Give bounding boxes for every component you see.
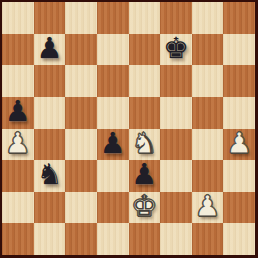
piece-black-king[interactable]: ♚: [163, 34, 189, 63]
square-f6[interactable]: [160, 65, 192, 97]
square-c8[interactable]: [65, 2, 97, 34]
square-g5[interactable]: [192, 97, 224, 129]
square-e6[interactable]: [129, 65, 161, 97]
square-a6[interactable]: [2, 65, 34, 97]
piece-white-knight[interactable]: ♞: [131, 129, 157, 158]
square-a5[interactable]: ♟: [2, 97, 34, 129]
square-a2[interactable]: [2, 192, 34, 224]
square-a8[interactable]: [2, 2, 34, 34]
square-h8[interactable]: [223, 2, 255, 34]
square-e8[interactable]: [129, 2, 161, 34]
square-d3[interactable]: [97, 160, 129, 192]
square-d7[interactable]: [97, 34, 129, 66]
square-f1[interactable]: [160, 223, 192, 255]
piece-white-pawn[interactable]: ♟: [226, 129, 252, 158]
square-e4[interactable]: ♞: [129, 129, 161, 161]
square-h2[interactable]: [223, 192, 255, 224]
chess-board: ♟♚♟♟♟♞♟♞♟♚♟: [2, 2, 255, 255]
square-e3[interactable]: ♟: [129, 160, 161, 192]
square-g3[interactable]: [192, 160, 224, 192]
piece-white-pawn[interactable]: ♟: [5, 129, 31, 158]
square-c2[interactable]: [65, 192, 97, 224]
square-b7[interactable]: ♟: [34, 34, 66, 66]
piece-white-king[interactable]: ♚: [131, 192, 157, 221]
square-b4[interactable]: [34, 129, 66, 161]
square-g7[interactable]: [192, 34, 224, 66]
square-h3[interactable]: [223, 160, 255, 192]
piece-black-pawn[interactable]: ♟: [36, 34, 62, 63]
square-d4[interactable]: ♟: [97, 129, 129, 161]
square-g8[interactable]: [192, 2, 224, 34]
square-f4[interactable]: [160, 129, 192, 161]
square-h5[interactable]: [223, 97, 255, 129]
square-d2[interactable]: [97, 192, 129, 224]
square-f7[interactable]: ♚: [160, 34, 192, 66]
square-b5[interactable]: [34, 97, 66, 129]
square-c7[interactable]: [65, 34, 97, 66]
square-f8[interactable]: [160, 2, 192, 34]
square-a1[interactable]: [2, 223, 34, 255]
square-h7[interactable]: [223, 34, 255, 66]
square-g2[interactable]: ♟: [192, 192, 224, 224]
square-g4[interactable]: [192, 129, 224, 161]
square-h4[interactable]: ♟: [223, 129, 255, 161]
square-c5[interactable]: [65, 97, 97, 129]
square-b1[interactable]: [34, 223, 66, 255]
square-c6[interactable]: [65, 65, 97, 97]
square-d1[interactable]: [97, 223, 129, 255]
square-c4[interactable]: [65, 129, 97, 161]
square-e5[interactable]: [129, 97, 161, 129]
square-c1[interactable]: [65, 223, 97, 255]
piece-black-knight[interactable]: ♞: [36, 160, 62, 189]
piece-black-pawn[interactable]: ♟: [131, 160, 157, 189]
square-d6[interactable]: [97, 65, 129, 97]
square-b2[interactable]: [34, 192, 66, 224]
square-b8[interactable]: [34, 2, 66, 34]
square-b6[interactable]: [34, 65, 66, 97]
square-e2[interactable]: ♚: [129, 192, 161, 224]
square-e7[interactable]: [129, 34, 161, 66]
square-h6[interactable]: [223, 65, 255, 97]
square-b3[interactable]: ♞: [34, 160, 66, 192]
square-g6[interactable]: [192, 65, 224, 97]
square-a4[interactable]: ♟: [2, 129, 34, 161]
piece-black-pawn[interactable]: ♟: [100, 129, 126, 158]
square-f2[interactable]: [160, 192, 192, 224]
chess-board-frame: ♟♚♟♟♟♞♟♞♟♚♟: [0, 0, 258, 258]
square-d8[interactable]: [97, 2, 129, 34]
square-g1[interactable]: [192, 223, 224, 255]
piece-white-pawn[interactable]: ♟: [195, 192, 221, 221]
square-f3[interactable]: [160, 160, 192, 192]
square-a3[interactable]: [2, 160, 34, 192]
square-a7[interactable]: [2, 34, 34, 66]
square-e1[interactable]: [129, 223, 161, 255]
square-c3[interactable]: [65, 160, 97, 192]
piece-black-pawn[interactable]: ♟: [5, 97, 31, 126]
square-h1[interactable]: [223, 223, 255, 255]
square-f5[interactable]: [160, 97, 192, 129]
square-d5[interactable]: [97, 97, 129, 129]
